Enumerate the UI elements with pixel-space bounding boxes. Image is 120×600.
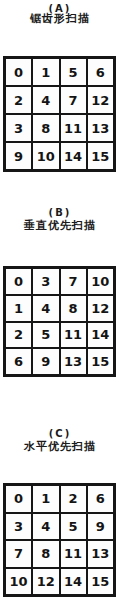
grid-cell: 0: [5, 485, 32, 513]
grid-cell: 8: [32, 540, 59, 568]
figure-a-title: 锯齿形扫描: [0, 13, 120, 25]
grid-cell: 10: [5, 568, 32, 596]
grid-cell: 5: [60, 513, 87, 541]
grid-cell: 6: [87, 58, 114, 86]
grid-cell: 11: [60, 114, 87, 142]
grid-cell: 1: [32, 58, 59, 86]
grid-cell: 0: [5, 268, 32, 295]
grid-cell: 13: [60, 348, 87, 375]
grid-cell: 1: [5, 295, 32, 322]
grid-cell: 3: [5, 114, 32, 142]
grid-cell: 13: [87, 540, 114, 568]
grid-cell: 10: [87, 268, 114, 295]
grid-cell: 5: [60, 58, 87, 86]
grid-cell: 9: [87, 513, 114, 541]
grid-cell: 14: [60, 142, 87, 170]
grid-cell: 8: [60, 295, 87, 322]
horizontal-priority-scan-grid: 0126345978111310121415: [3, 483, 116, 597]
grid-cell: 14: [60, 568, 87, 596]
grid-cell: 9: [32, 348, 59, 375]
grid-cell: 3: [32, 268, 59, 295]
scan-pattern-figure: (A) 锯齿形扫描 0156247123811139101415 (B) 垂直优…: [0, 0, 120, 600]
grid-cell: 3: [5, 513, 32, 541]
zigzag-scan-grid: 0156247123811139101415: [3, 56, 116, 172]
grid-cell: 9: [5, 142, 32, 170]
vertical-priority-scan-grid: 0371014812251114691315: [3, 266, 116, 377]
grid-cell: 10: [32, 142, 59, 170]
grid-cell: 7: [60, 86, 87, 114]
grid-cell: 7: [60, 268, 87, 295]
grid-cell: 4: [32, 513, 59, 541]
grid-cell: 12: [87, 86, 114, 114]
grid-cell: 15: [87, 348, 114, 375]
grid-cell: 15: [87, 568, 114, 596]
figure-c-letter: (C): [0, 428, 120, 439]
grid-cell: 12: [87, 295, 114, 322]
grid-cell: 11: [60, 322, 87, 349]
figure-b-letter: (B): [0, 207, 120, 218]
grid-cell: 6: [5, 348, 32, 375]
grid-cell: 0: [5, 58, 32, 86]
grid-cell: 8: [32, 114, 59, 142]
grid-cell: 13: [87, 114, 114, 142]
grid-cell: 2: [60, 485, 87, 513]
grid-cell: 11: [60, 540, 87, 568]
grid-cell: 6: [87, 485, 114, 513]
figure-c-title: 水平优先扫描: [0, 441, 120, 453]
grid-cell: 1: [32, 485, 59, 513]
grid-cell: 4: [32, 295, 59, 322]
grid-cell: 15: [87, 142, 114, 170]
grid-cell: 2: [5, 86, 32, 114]
grid-cell: 5: [32, 322, 59, 349]
grid-cell: 4: [32, 86, 59, 114]
grid-cell: 7: [5, 540, 32, 568]
grid-cell: 2: [5, 322, 32, 349]
grid-cell: 12: [32, 568, 59, 596]
grid-cell: 14: [87, 322, 114, 349]
figure-b-title: 垂直优先扫描: [0, 220, 120, 232]
